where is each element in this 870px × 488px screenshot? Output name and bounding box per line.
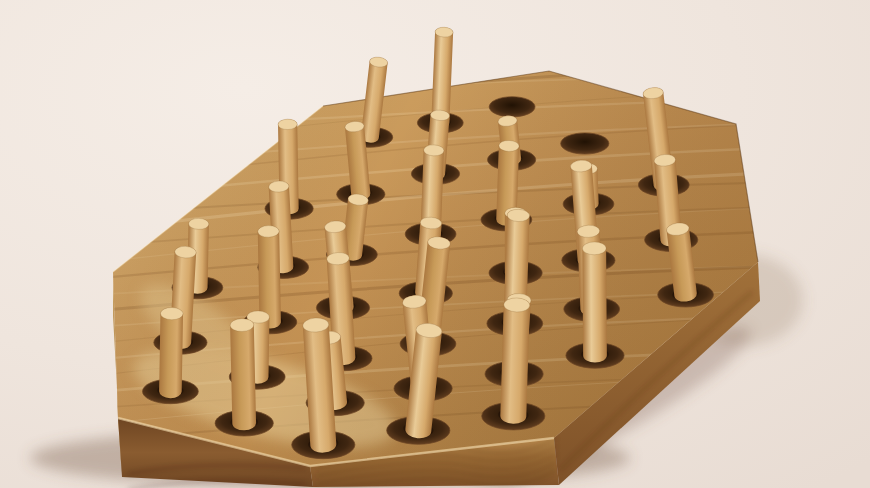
- peg-solitaire-photo: Overhead-angle photo of a light octagona…: [0, 0, 870, 488]
- peg-body: [500, 298, 530, 425]
- peg-top: [582, 242, 606, 255]
- peg-body: [230, 318, 256, 430]
- peg-body: [159, 307, 183, 398]
- peg-top: [278, 119, 297, 130]
- peg-r6c2[interactable]: [228, 318, 258, 430]
- board-scene: [0, 0, 870, 488]
- peg-r5c1[interactable]: [157, 307, 185, 398]
- peg-top: [230, 318, 254, 331]
- peg-body: [582, 242, 607, 363]
- peg-r6c6[interactable]: [580, 242, 608, 363]
- empty-hole-r1c5[interactable]: [489, 97, 535, 117]
- peg-top: [188, 218, 209, 229]
- peg-top: [160, 307, 183, 320]
- empty-hole-r2c6[interactable]: [561, 133, 609, 154]
- peg-top: [258, 225, 280, 237]
